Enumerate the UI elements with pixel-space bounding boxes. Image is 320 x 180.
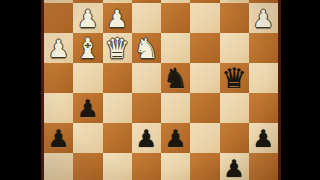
board-square-f7[interactable] <box>103 153 132 180</box>
board-square-h6[interactable]: ♟ <box>44 123 73 153</box>
chess-piece-wP-a2[interactable]: ♟ <box>249 3 278 33</box>
board-square-f3[interactable]: ♛ <box>103 33 132 63</box>
chess-piece-wP-g2[interactable]: ♟ <box>73 3 102 33</box>
video-frame: ♚♜♞♜♟♟♟♟♝♛♞♞♛♟♟♟♟♟♟ <box>0 0 320 180</box>
board-square-g4[interactable] <box>73 63 102 93</box>
board-square-a3[interactable] <box>249 33 278 63</box>
board-square-c5[interactable] <box>190 93 219 123</box>
board-square-e5[interactable] <box>132 93 161 123</box>
chess-piece-bP-h6[interactable]: ♟ <box>44 123 73 153</box>
chess-piece-wP-f2[interactable]: ♟ <box>103 3 132 33</box>
board-square-b3[interactable] <box>220 33 249 63</box>
board-square-h7[interactable] <box>44 153 73 180</box>
board-square-b7[interactable]: ♟ <box>220 153 249 180</box>
board-square-b5[interactable] <box>220 93 249 123</box>
chess-piece-bP-a6[interactable]: ♟ <box>249 123 278 153</box>
chess-piece-bP-g5[interactable]: ♟ <box>73 93 102 123</box>
letterbox-left <box>0 0 41 180</box>
chess-piece-bQ-b4[interactable]: ♛ <box>220 63 249 93</box>
board-square-e3[interactable]: ♞ <box>132 33 161 63</box>
chess-board[interactable]: ♚♜♞♜♟♟♟♟♝♛♞♞♛♟♟♟♟♟♟ <box>44 0 278 180</box>
board-square-e4[interactable] <box>132 63 161 93</box>
board-square-a7[interactable] <box>249 153 278 180</box>
letterbox-right <box>281 0 320 180</box>
board-square-h5[interactable] <box>44 93 73 123</box>
board-square-g6[interactable] <box>73 123 102 153</box>
board-square-g7[interactable] <box>73 153 102 180</box>
board-square-c6[interactable] <box>190 123 219 153</box>
chess-piece-wP-h3[interactable]: ♟ <box>44 33 73 63</box>
board-square-c3[interactable] <box>190 33 219 63</box>
board-square-e2[interactable] <box>132 3 161 33</box>
chess-piece-bP-d6[interactable]: ♟ <box>161 123 190 153</box>
board-square-d2[interactable] <box>161 3 190 33</box>
board-square-g5[interactable]: ♟ <box>73 93 102 123</box>
board-square-c4[interactable] <box>190 63 219 93</box>
board-square-c7[interactable] <box>190 153 219 180</box>
board-square-d7[interactable] <box>161 153 190 180</box>
board-square-h2[interactable] <box>44 3 73 33</box>
board-square-a2[interactable]: ♟ <box>249 3 278 33</box>
board-square-f2[interactable]: ♟ <box>103 3 132 33</box>
board-square-a6[interactable]: ♟ <box>249 123 278 153</box>
board-square-d6[interactable]: ♟ <box>161 123 190 153</box>
board-square-c2[interactable] <box>190 3 219 33</box>
board-square-b6[interactable] <box>220 123 249 153</box>
board-square-e6[interactable]: ♟ <box>132 123 161 153</box>
board-square-d4[interactable]: ♞ <box>161 63 190 93</box>
board-square-h4[interactable] <box>44 63 73 93</box>
board-square-d5[interactable] <box>161 93 190 123</box>
chess-piece-bN-d4[interactable]: ♞ <box>161 63 190 93</box>
board-square-a4[interactable] <box>249 63 278 93</box>
board-square-h3[interactable]: ♟ <box>44 33 73 63</box>
board-square-b4[interactable]: ♛ <box>220 63 249 93</box>
chess-piece-wQ-f3[interactable]: ♛ <box>103 33 132 63</box>
board-square-e7[interactable] <box>132 153 161 180</box>
chess-piece-wB-g3[interactable]: ♝ <box>73 33 102 63</box>
board-square-b2[interactable] <box>220 3 249 33</box>
board-square-f4[interactable] <box>103 63 132 93</box>
chess-piece-bP-e6[interactable]: ♟ <box>132 123 161 153</box>
board-square-g2[interactable]: ♟ <box>73 3 102 33</box>
chess-piece-wN-e3[interactable]: ♞ <box>132 33 161 63</box>
board-square-f6[interactable] <box>103 123 132 153</box>
chess-piece-bP-b7[interactable]: ♟ <box>220 153 249 180</box>
board-square-a5[interactable] <box>249 93 278 123</box>
board-square-f5[interactable] <box>103 93 132 123</box>
board-square-d3[interactable] <box>161 33 190 63</box>
board-square-g3[interactable]: ♝ <box>73 33 102 63</box>
